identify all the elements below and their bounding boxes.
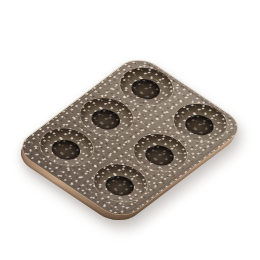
muffin-cup-floor-r1c2 xyxy=(180,111,220,139)
muffin-cup-floor-r3c1 xyxy=(46,136,86,164)
muffin-cup-floor-r2c1 xyxy=(86,105,126,133)
product-photo-canvas xyxy=(0,0,260,260)
muffin-pan xyxy=(13,54,247,222)
muffin-cup-floor-r3c2 xyxy=(100,172,140,200)
pan-top-surface xyxy=(13,54,247,222)
pan-shadow-wrapper xyxy=(0,0,260,260)
muffin-cup-floor-r2c2 xyxy=(140,141,180,169)
muffin-cup-floor-r1c1 xyxy=(126,75,166,103)
